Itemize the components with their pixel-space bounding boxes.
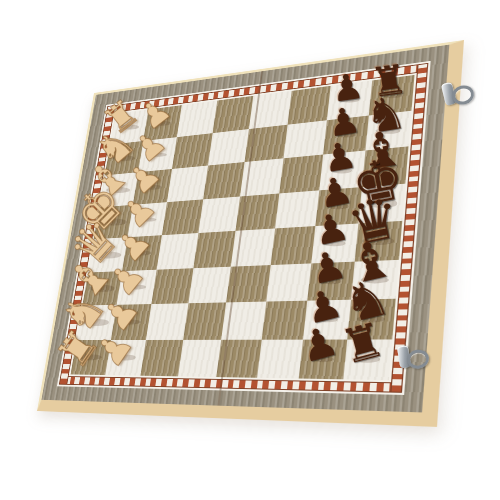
board-square bbox=[307, 261, 354, 300]
board-square bbox=[275, 190, 320, 229]
board-square bbox=[138, 137, 177, 172]
board-square bbox=[266, 263, 312, 302]
board-square bbox=[188, 266, 231, 303]
board-square bbox=[368, 75, 414, 115]
board-square bbox=[183, 302, 226, 339]
board-square bbox=[257, 339, 303, 378]
board-square bbox=[198, 196, 240, 233]
board-square bbox=[203, 162, 245, 199]
board-square bbox=[311, 224, 358, 263]
board-square bbox=[157, 233, 198, 269]
board-square bbox=[299, 339, 347, 379]
board-square bbox=[358, 183, 406, 223]
clasp-bottom-icon bbox=[397, 342, 435, 377]
board-square bbox=[127, 202, 167, 238]
board-square bbox=[162, 199, 203, 235]
board-square bbox=[287, 86, 330, 124]
board-square bbox=[133, 169, 172, 204]
board-frame bbox=[41, 45, 449, 413]
board-square bbox=[343, 339, 393, 380]
board-square bbox=[167, 166, 208, 202]
board-square bbox=[122, 235, 162, 271]
board-square bbox=[270, 226, 315, 265]
clasp-top-icon bbox=[441, 76, 481, 113]
board-square bbox=[261, 301, 307, 340]
board-square bbox=[323, 115, 368, 154]
board-square bbox=[105, 340, 146, 376]
board-square bbox=[116, 269, 156, 305]
board-square bbox=[365, 110, 412, 150]
board-square bbox=[319, 151, 365, 190]
board-square bbox=[347, 299, 396, 339]
product-photo-scene: ♜♟♟♜♞♟♟♞♝♟♟♝♚♟♟♚♛♟♟♛♝♟♟♝♞♟♟♞♜♟♟♜ bbox=[0, 0, 500, 500]
board-square bbox=[303, 300, 350, 339]
board-square bbox=[361, 146, 408, 186]
board-square bbox=[212, 96, 253, 133]
board-square bbox=[111, 304, 152, 340]
board-square bbox=[315, 187, 361, 226]
board-square bbox=[327, 81, 372, 120]
board-square bbox=[151, 268, 193, 304]
clasp-loop bbox=[406, 348, 431, 370]
board-square bbox=[193, 231, 235, 268]
board-square bbox=[208, 129, 249, 166]
board-square bbox=[140, 339, 182, 376]
board-square bbox=[178, 339, 222, 377]
board-square bbox=[177, 101, 217, 137]
board-square bbox=[143, 105, 182, 140]
board-square bbox=[146, 303, 188, 339]
board-square bbox=[351, 259, 400, 299]
board-square bbox=[354, 221, 402, 261]
board-square bbox=[172, 133, 212, 169]
board-square bbox=[279, 155, 323, 194]
board-square bbox=[283, 120, 327, 159]
